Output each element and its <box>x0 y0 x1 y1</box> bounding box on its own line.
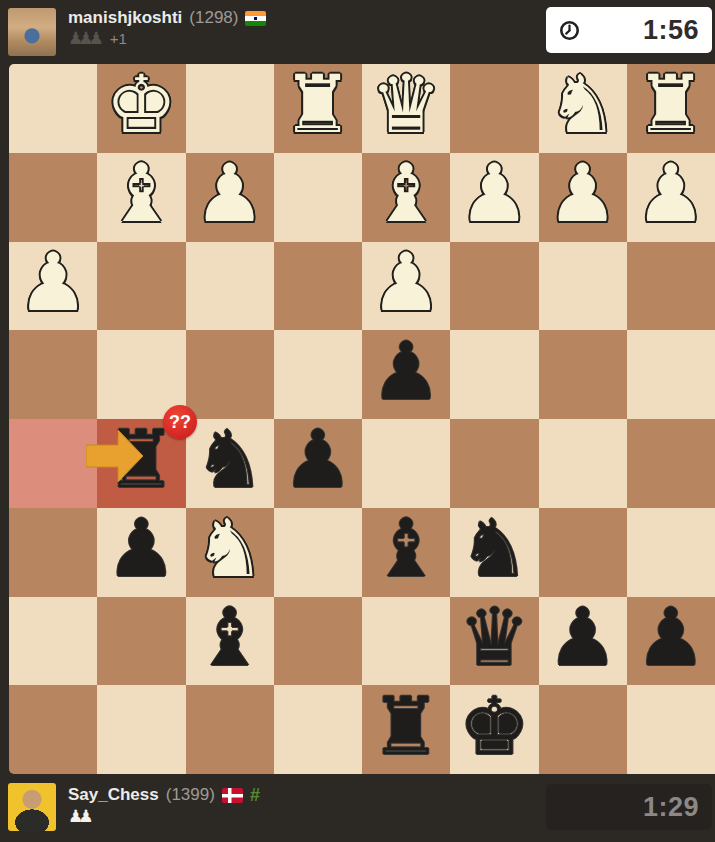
square-c7[interactable]: ♛ <box>450 597 538 686</box>
top-player-rating: (1298) <box>189 8 238 28</box>
piece-wP-b2[interactable]: ♟ <box>547 154 619 234</box>
square-e5[interactable]: ♟ <box>274 419 362 508</box>
piece-wK-g1[interactable]: ♚ <box>106 65 178 145</box>
square-c8[interactable]: ♚ <box>450 685 538 774</box>
square-g6[interactable]: ♟ <box>97 508 185 597</box>
square-d4[interactable]: ♟ <box>362 330 450 419</box>
watchers-count: +1 <box>110 30 127 47</box>
blunder-badge: ?? <box>163 405 197 439</box>
piece-bQ-c7[interactable]: ♛ <box>459 598 531 678</box>
square-b5[interactable] <box>539 419 627 508</box>
square-c2[interactable]: ♟ <box>450 153 538 242</box>
square-b6[interactable] <box>539 508 627 597</box>
square-g2[interactable]: ♝ <box>97 153 185 242</box>
denmark-flag-icon <box>222 788 243 803</box>
square-d8[interactable]: ♜ <box>362 685 450 774</box>
top-clock-time: 1:56 <box>643 15 699 46</box>
three-pawns-icon: ♟♟♟ <box>68 30 104 47</box>
piece-wQ-d1[interactable]: ♛ <box>370 65 442 145</box>
square-h3[interactable]: ♟ <box>9 242 97 331</box>
clock-icon <box>559 20 580 41</box>
square-f5[interactable]: ♞ <box>186 419 274 508</box>
piece-bP-b7[interactable]: ♟ <box>547 598 619 678</box>
square-f4[interactable] <box>186 330 274 419</box>
piece-bP-e5[interactable]: ♟ <box>282 420 354 500</box>
piece-bB-d6[interactable]: ♝ <box>370 509 442 589</box>
bottom-player-bar: Say_Chess (1399) # ♟♟ 1:29 <box>0 774 715 842</box>
square-a2[interactable]: ♟ <box>627 153 715 242</box>
square-e8[interactable] <box>274 685 362 774</box>
square-f1[interactable] <box>186 64 274 153</box>
square-h4[interactable] <box>9 330 97 419</box>
square-h2[interactable] <box>9 153 97 242</box>
top-player-avatar[interactable] <box>8 8 56 56</box>
square-f8[interactable] <box>186 685 274 774</box>
square-e2[interactable] <box>274 153 362 242</box>
square-h8[interactable] <box>9 685 97 774</box>
square-a6[interactable] <box>627 508 715 597</box>
square-e6[interactable] <box>274 508 362 597</box>
chess-board[interactable]: ♚♜♛♞♜♝♟♝♟♟♟♟♟♟♜♞♟♟♞♝♞♝♛♟♟♜♚ <box>9 64 715 774</box>
bottom-player-username[interactable]: Say_Chess <box>68 785 159 805</box>
square-d2[interactable]: ♝ <box>362 153 450 242</box>
square-a7[interactable]: ♟ <box>627 597 715 686</box>
square-d7[interactable] <box>362 597 450 686</box>
square-c6[interactable]: ♞ <box>450 508 538 597</box>
square-c4[interactable] <box>450 330 538 419</box>
top-player-clock: 1:56 <box>546 7 712 53</box>
square-a4[interactable] <box>627 330 715 419</box>
bottom-player-rating: (1399) <box>166 785 215 805</box>
square-h6[interactable] <box>9 508 97 597</box>
square-b4[interactable] <box>539 330 627 419</box>
green-hash-badge-icon: # <box>250 786 260 804</box>
bottom-player-friends[interactable]: ♟♟ <box>68 808 93 825</box>
square-g3[interactable] <box>97 242 185 331</box>
square-f3[interactable] <box>186 242 274 331</box>
square-f2[interactable]: ♟ <box>186 153 274 242</box>
square-h1[interactable] <box>9 64 97 153</box>
square-b2[interactable]: ♟ <box>539 153 627 242</box>
top-player-bar: manishjkoshti (1298) ♟♟♟ +1 1:56 <box>0 0 715 64</box>
piece-bN-f5[interactable]: ♞ <box>194 420 266 500</box>
bottom-player-clock: 1:29 <box>546 784 712 830</box>
piece-wP-d3[interactable]: ♟ <box>370 243 442 323</box>
top-player-username[interactable]: manishjkoshti <box>68 8 182 28</box>
square-h7[interactable] <box>9 597 97 686</box>
square-c5[interactable] <box>450 419 538 508</box>
piece-wN-f6[interactable]: ♞ <box>194 509 266 589</box>
square-g7[interactable] <box>97 597 185 686</box>
square-a5[interactable] <box>627 419 715 508</box>
square-e7[interactable] <box>274 597 362 686</box>
square-a3[interactable] <box>627 242 715 331</box>
piece-bK-c8[interactable]: ♚ <box>459 687 531 767</box>
india-flag-icon <box>245 11 266 26</box>
square-a1[interactable]: ♜ <box>627 64 715 153</box>
square-b1[interactable]: ♞ <box>539 64 627 153</box>
square-b8[interactable] <box>539 685 627 774</box>
square-f6[interactable]: ♞ <box>186 508 274 597</box>
bottom-clock-time: 1:29 <box>643 792 699 823</box>
square-d3[interactable]: ♟ <box>362 242 450 331</box>
piece-wP-c2[interactable]: ♟ <box>459 154 531 234</box>
square-c3[interactable] <box>450 242 538 331</box>
square-b3[interactable] <box>539 242 627 331</box>
top-player-watchers[interactable]: ♟♟♟ +1 <box>68 30 127 47</box>
square-d5[interactable] <box>362 419 450 508</box>
piece-bP-a7[interactable]: ♟ <box>635 598 707 678</box>
square-d1[interactable]: ♛ <box>362 64 450 153</box>
square-b7[interactable]: ♟ <box>539 597 627 686</box>
square-a8[interactable] <box>627 685 715 774</box>
piece-bB-f7[interactable]: ♝ <box>194 598 266 678</box>
square-d6[interactable]: ♝ <box>362 508 450 597</box>
piece-wP-h3[interactable]: ♟ <box>17 243 89 323</box>
piece-wP-f2[interactable]: ♟ <box>194 154 266 234</box>
bottom-player-avatar[interactable] <box>8 783 56 831</box>
piece-wR-e1[interactable]: ♜ <box>282 65 354 145</box>
piece-wB-g2[interactable]: ♝ <box>106 154 178 234</box>
square-e1[interactable]: ♜ <box>274 64 362 153</box>
piece-bP-d4[interactable]: ♟ <box>370 332 442 412</box>
piece-bP-g6[interactable]: ♟ <box>106 509 178 589</box>
piece-wN-b1[interactable]: ♞ <box>547 65 619 145</box>
square-g1[interactable]: ♚ <box>97 64 185 153</box>
piece-wP-a2[interactable]: ♟ <box>635 154 707 234</box>
piece-bN-c6[interactable]: ♞ <box>459 509 531 589</box>
piece-wB-d2[interactable]: ♝ <box>370 154 442 234</box>
piece-wR-a1[interactable]: ♜ <box>635 65 707 145</box>
square-f7[interactable]: ♝ <box>186 597 274 686</box>
piece-bR-d8[interactable]: ♜ <box>370 687 442 767</box>
square-e3[interactable] <box>274 242 362 331</box>
square-h5[interactable] <box>9 419 97 508</box>
two-pawns-icon: ♟♟ <box>68 808 93 825</box>
square-g8[interactable] <box>97 685 185 774</box>
square-c1[interactable] <box>450 64 538 153</box>
square-e4[interactable] <box>274 330 362 419</box>
